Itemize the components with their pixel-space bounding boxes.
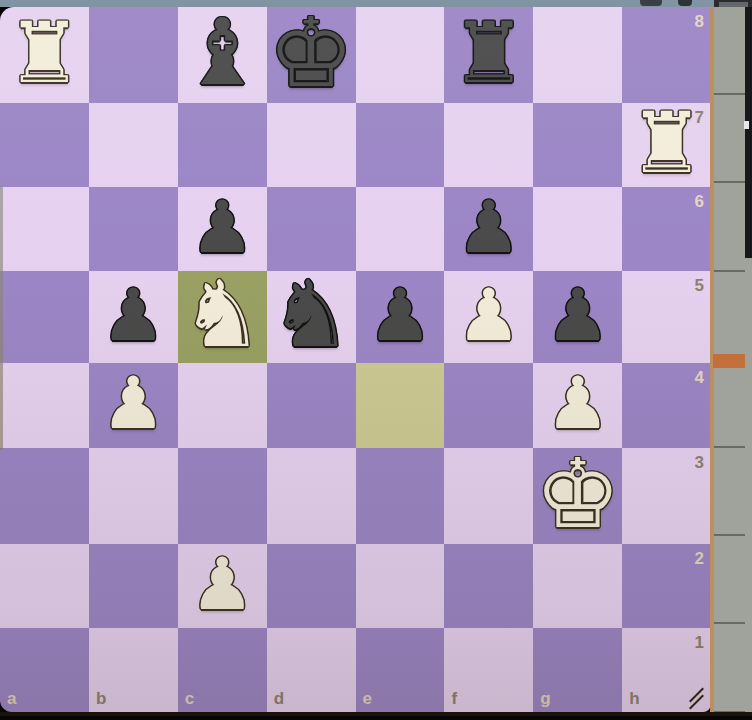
square-b5[interactable]: ♟ (89, 271, 178, 363)
square-f4[interactable] (444, 363, 533, 447)
square-e8[interactable] (356, 7, 445, 103)
square-c6[interactable]: ♟ (178, 187, 267, 271)
piece-black-bishop[interactable]: ♝ (181, 7, 263, 99)
square-g6[interactable] (533, 187, 622, 271)
piece-white-pawn[interactable]: ♟ (545, 367, 610, 439)
square-f2[interactable] (444, 544, 533, 628)
square-c2[interactable]: ♟ (178, 544, 267, 628)
file-label-b: b (96, 690, 106, 707)
file-label-a: a (7, 690, 16, 707)
rank-label-4: 4 (695, 369, 704, 386)
square-e7[interactable] (356, 103, 445, 187)
piece-white-knight[interactable]: ♞ (181, 269, 263, 361)
file-label-g: g (540, 690, 550, 707)
rank-label-1: 1 (695, 634, 704, 651)
rank-label-2: 2 (695, 550, 704, 567)
square-f7[interactable] (444, 103, 533, 187)
square-c1[interactable]: c (178, 628, 267, 712)
square-a4[interactable] (0, 363, 89, 447)
square-f8[interactable]: ♜ (444, 7, 533, 103)
square-g1[interactable]: g (533, 628, 622, 712)
square-d1[interactable]: d (267, 628, 356, 712)
square-b2[interactable] (89, 544, 178, 628)
square-b8[interactable] (89, 7, 178, 103)
square-e1[interactable]: e (356, 628, 445, 712)
square-c7[interactable] (178, 103, 267, 187)
top-edge-ui-fragment (640, 0, 662, 6)
piece-black-pawn[interactable]: ♟ (101, 279, 166, 351)
piece-black-pawn[interactable]: ♟ (457, 191, 522, 263)
square-d6[interactable] (267, 187, 356, 271)
square-e4[interactable] (356, 363, 445, 447)
square-d2[interactable] (267, 544, 356, 628)
piece-white-pawn[interactable]: ♟ (190, 548, 255, 620)
square-d7[interactable] (267, 103, 356, 187)
square-f1[interactable]: f (444, 628, 533, 712)
scrollbar-track-right (745, 258, 752, 713)
rank-label-8: 8 (695, 13, 704, 30)
square-f3[interactable] (444, 448, 533, 544)
square-e3[interactable] (356, 448, 445, 544)
board-resize-handle[interactable] (678, 682, 706, 706)
square-g7[interactable] (533, 103, 622, 187)
square-e2[interactable] (356, 544, 445, 628)
square-g4[interactable]: ♟ (533, 363, 622, 447)
square-b1[interactable]: b (89, 628, 178, 712)
square-b3[interactable] (89, 448, 178, 544)
piece-black-rook[interactable]: ♜ (451, 11, 526, 95)
chess-app-screenshot: ♜♝♚♜87♜♟♟6♟♞♞♟♟♟5♟♟4♚3♟2abcdefg1h (0, 0, 752, 720)
square-h4[interactable]: 4 (622, 363, 711, 447)
rank-label-6: 6 (695, 193, 704, 210)
square-h6[interactable]: 6 (622, 187, 711, 271)
square-a2[interactable] (0, 544, 89, 628)
file-label-d: d (274, 690, 284, 707)
square-c4[interactable] (178, 363, 267, 447)
piece-black-king[interactable]: ♚ (268, 7, 354, 101)
square-c8[interactable]: ♝ (178, 7, 267, 103)
square-d5[interactable]: ♞ (267, 271, 356, 363)
piece-white-pawn[interactable]: ♟ (457, 279, 522, 351)
square-f6[interactable]: ♟ (444, 187, 533, 271)
piece-white-pawn[interactable]: ♟ (101, 367, 166, 439)
square-b7[interactable] (89, 103, 178, 187)
square-d8[interactable]: ♚ (267, 7, 356, 103)
square-e6[interactable] (356, 187, 445, 271)
square-a6[interactable] (0, 187, 89, 271)
square-a5[interactable] (0, 271, 89, 363)
piece-white-rook[interactable]: ♜ (629, 101, 704, 185)
piece-white-rook[interactable]: ♜ (7, 11, 82, 95)
top-page-band (0, 0, 752, 7)
chess-board[interactable]: ♜♝♚♜87♜♟♟6♟♞♞♟♟♟5♟♟4♚3♟2abcdefg1h (0, 7, 711, 712)
piece-black-pawn[interactable]: ♟ (190, 191, 255, 263)
square-g8[interactable] (533, 7, 622, 103)
file-label-f: f (451, 690, 457, 707)
top-edge-ui-fragment (678, 0, 692, 6)
square-c5[interactable]: ♞ (178, 271, 267, 363)
rank-label-5: 5 (695, 277, 704, 294)
square-h2[interactable]: 2 (622, 544, 711, 628)
piece-white-king[interactable]: ♚ (535, 446, 621, 542)
scrollbar-position-marker[interactable] (713, 354, 745, 368)
square-h7[interactable]: 7♜ (622, 103, 711, 187)
square-b4[interactable]: ♟ (89, 363, 178, 447)
square-e5[interactable]: ♟ (356, 271, 445, 363)
square-g2[interactable] (533, 544, 622, 628)
rank-label-3: 3 (695, 454, 704, 471)
chess-board-container: ♜♝♚♜87♜♟♟6♟♞♞♟♟♟5♟♟4♚3♟2abcdefg1h (0, 7, 711, 712)
right-dark-panel-edge (745, 7, 752, 258)
square-d4[interactable] (267, 363, 356, 447)
right-panel-tick (744, 121, 749, 129)
file-label-c: c (185, 690, 194, 707)
square-h3[interactable]: 3 (622, 448, 711, 544)
square-a7[interactable] (0, 103, 89, 187)
bottom-page-edge (0, 716, 752, 720)
square-h8[interactable]: 8 (622, 7, 711, 103)
file-label-e: e (363, 690, 372, 707)
piece-black-knight[interactable]: ♞ (270, 269, 352, 361)
square-a3[interactable] (0, 448, 89, 544)
square-a1[interactable]: a (0, 628, 89, 712)
square-f5[interactable]: ♟ (444, 271, 533, 363)
piece-black-pawn[interactable]: ♟ (368, 279, 433, 351)
square-g3[interactable]: ♚ (533, 448, 622, 544)
square-b6[interactable] (89, 187, 178, 271)
square-c3[interactable] (178, 448, 267, 544)
square-h5[interactable]: 5 (622, 271, 711, 363)
square-d3[interactable] (267, 448, 356, 544)
piece-black-pawn[interactable]: ♟ (545, 279, 610, 351)
square-g5[interactable]: ♟ (533, 271, 622, 363)
file-label-h: h (629, 690, 639, 707)
square-a8[interactable]: ♜ (0, 7, 89, 103)
